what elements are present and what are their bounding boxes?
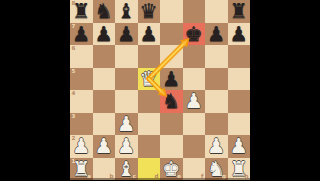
black-pawn-icon: ♟ (117, 24, 135, 45)
board-bottom-shadow (70, 178, 250, 180)
white-pawn-icon: ♟ (207, 136, 225, 157)
square-f1[interactable]: f (183, 158, 206, 181)
square-g1[interactable]: g♞ (205, 158, 228, 181)
square-g7[interactable]: ♟ (205, 23, 228, 46)
square-g6[interactable] (205, 45, 228, 68)
square-a6[interactable]: 6 (70, 45, 93, 68)
square-h1[interactable]: h♜ (228, 158, 251, 181)
square-e7[interactable] (160, 23, 183, 46)
square-g5[interactable] (205, 68, 228, 91)
white-queen-icon: ♛ (140, 69, 158, 90)
square-b2[interactable]: ♟ (93, 135, 116, 158)
black-pawn-icon: ♟ (162, 69, 180, 90)
square-c1[interactable]: c♝ (115, 158, 138, 181)
square-d8[interactable]: ♛ (138, 0, 161, 23)
square-g3[interactable] (205, 113, 228, 136)
square-e4[interactable]: ♞ (160, 90, 183, 113)
square-a4[interactable]: 4 (70, 90, 93, 113)
black-rook-icon: ♜ (72, 1, 90, 22)
rank-label-5: 5 (72, 69, 76, 75)
white-king-icon: ♚ (162, 159, 180, 180)
square-c4[interactable] (115, 90, 138, 113)
square-c6[interactable] (115, 45, 138, 68)
square-h3[interactable] (228, 113, 251, 136)
square-h7[interactable]: ♟ (228, 23, 251, 46)
square-h2[interactable]: ♟ (228, 135, 251, 158)
square-e2[interactable] (160, 135, 183, 158)
square-h8[interactable]: ♜ (228, 0, 251, 23)
square-h4[interactable] (228, 90, 251, 113)
square-a3[interactable]: 3 (70, 113, 93, 136)
black-pawn-icon: ♟ (230, 24, 248, 45)
rank-label-6: 6 (72, 46, 76, 52)
square-f8[interactable] (183, 0, 206, 23)
square-e6[interactable] (160, 45, 183, 68)
square-c5[interactable] (115, 68, 138, 91)
square-c3[interactable]: ♟ (115, 113, 138, 136)
square-d5[interactable]: ♛ (138, 68, 161, 91)
square-b3[interactable] (93, 113, 116, 136)
square-c8[interactable]: ♝ (115, 0, 138, 23)
square-h5[interactable] (228, 68, 251, 91)
black-rook-icon: ♜ (230, 1, 248, 22)
square-b1[interactable]: b (93, 158, 116, 181)
square-d7[interactable]: ♟ (138, 23, 161, 46)
square-a7[interactable]: 7♟ (70, 23, 93, 46)
white-pawn-icon: ♟ (117, 114, 135, 135)
white-rook-icon: ♜ (72, 159, 90, 180)
square-b8[interactable]: ♞ (93, 0, 116, 23)
white-pawn-icon: ♟ (117, 136, 135, 157)
black-pawn-icon: ♟ (72, 24, 90, 45)
video-frame: 8♜♞♝♛♜7♟♟♟♟♚♟♟65♛♟4♞♟3♟2♟♟♟♟♟1a♜bc♝de♚fg… (0, 0, 320, 180)
white-pawn-icon: ♟ (95, 136, 113, 157)
white-rook-icon: ♜ (230, 159, 248, 180)
square-e3[interactable] (160, 113, 183, 136)
square-d6[interactable] (138, 45, 161, 68)
square-e1[interactable]: e♚ (160, 158, 183, 181)
square-a5[interactable]: 5 (70, 68, 93, 91)
black-pawn-icon: ♟ (207, 24, 225, 45)
square-f5[interactable] (183, 68, 206, 91)
square-e5[interactable]: ♟ (160, 68, 183, 91)
square-a2[interactable]: 2♟ (70, 135, 93, 158)
square-g4[interactable] (205, 90, 228, 113)
black-bishop-icon: ♝ (117, 1, 135, 22)
rank-label-4: 4 (72, 91, 76, 97)
square-b6[interactable] (93, 45, 116, 68)
square-a8[interactable]: 8♜ (70, 0, 93, 23)
square-h6[interactable] (228, 45, 251, 68)
square-b7[interactable]: ♟ (93, 23, 116, 46)
square-c7[interactable]: ♟ (115, 23, 138, 46)
square-c2[interactable]: ♟ (115, 135, 138, 158)
square-b4[interactable] (93, 90, 116, 113)
square-f6[interactable] (183, 45, 206, 68)
white-pawn-icon: ♟ (230, 136, 248, 157)
black-knight-icon: ♞ (162, 91, 180, 112)
black-queen-icon: ♛ (140, 1, 158, 22)
chess-board: 8♜♞♝♛♜7♟♟♟♟♚♟♟65♛♟4♞♟3♟2♟♟♟♟♟1a♜bc♝de♚fg… (70, 0, 250, 180)
square-g8[interactable] (205, 0, 228, 23)
square-f3[interactable] (183, 113, 206, 136)
white-pawn-icon: ♟ (72, 136, 90, 157)
square-e8[interactable] (160, 0, 183, 23)
black-pawn-icon: ♟ (140, 24, 158, 45)
square-d2[interactable] (138, 135, 161, 158)
square-g2[interactable]: ♟ (205, 135, 228, 158)
square-b5[interactable] (93, 68, 116, 91)
square-f7[interactable]: ♚ (183, 23, 206, 46)
white-pawn-icon: ♟ (185, 91, 203, 112)
square-f2[interactable] (183, 135, 206, 158)
white-knight-icon: ♞ (207, 159, 225, 180)
square-d3[interactable] (138, 113, 161, 136)
black-knight-icon: ♞ (95, 1, 113, 22)
square-f4[interactable]: ♟ (183, 90, 206, 113)
rank-label-3: 3 (72, 114, 76, 120)
white-bishop-icon: ♝ (117, 159, 135, 180)
square-d4[interactable] (138, 90, 161, 113)
square-d1[interactable]: d (138, 158, 161, 181)
black-pawn-icon: ♟ (95, 24, 113, 45)
black-king-icon: ♚ (185, 24, 203, 45)
square-a1[interactable]: 1a♜ (70, 158, 93, 181)
